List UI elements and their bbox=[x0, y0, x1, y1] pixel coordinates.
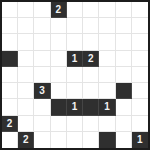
cell-r0c1[interactable] bbox=[18, 2, 34, 18]
cell-r6c3 bbox=[51, 99, 67, 115]
cell-r6c2[interactable] bbox=[34, 99, 50, 115]
cell-r8c4[interactable] bbox=[67, 132, 83, 148]
cell-r1c3[interactable] bbox=[51, 18, 67, 34]
cell-r4c4[interactable] bbox=[67, 67, 83, 83]
clue-cell-r6c4: 1 bbox=[67, 99, 83, 115]
cell-r7c5[interactable] bbox=[83, 116, 99, 132]
cell-r7c6[interactable] bbox=[99, 116, 115, 132]
cell-r1c8[interactable] bbox=[132, 18, 148, 34]
cell-r4c1[interactable] bbox=[18, 67, 34, 83]
cell-r7c1[interactable] bbox=[18, 116, 34, 132]
cell-r7c3[interactable] bbox=[51, 116, 67, 132]
cell-r5c8[interactable] bbox=[132, 83, 148, 99]
cell-r1c1[interactable] bbox=[18, 18, 34, 34]
cell-r1c4[interactable] bbox=[67, 18, 83, 34]
clue-cell-r8c1: 2 bbox=[18, 132, 34, 148]
cell-r2c7[interactable] bbox=[116, 34, 132, 50]
clue-cell-r8c8: 1 bbox=[132, 132, 148, 148]
cell-r4c3[interactable] bbox=[51, 67, 67, 83]
clue-cell-r5c2: 3 bbox=[34, 83, 50, 99]
cell-r4c7[interactable] bbox=[116, 67, 132, 83]
cell-r5c1[interactable] bbox=[18, 83, 34, 99]
cell-r5c3[interactable] bbox=[51, 83, 67, 99]
cell-r2c2[interactable] bbox=[34, 34, 50, 50]
cell-r5c0[interactable] bbox=[2, 83, 18, 99]
cell-r1c2[interactable] bbox=[34, 18, 50, 34]
cell-r8c6 bbox=[99, 132, 115, 148]
puzzle-board: 212311221 bbox=[0, 0, 150, 150]
cell-r1c6[interactable] bbox=[99, 18, 115, 34]
clue-cell-r3c5: 2 bbox=[83, 51, 99, 67]
cell-r7c2[interactable] bbox=[34, 116, 50, 132]
cell-r0c0[interactable] bbox=[2, 2, 18, 18]
clue-cell-r6c6: 1 bbox=[99, 99, 115, 115]
cell-r4c2[interactable] bbox=[34, 67, 50, 83]
cell-r1c7[interactable] bbox=[116, 18, 132, 34]
cell-r4c6[interactable] bbox=[99, 67, 115, 83]
cell-r6c7[interactable] bbox=[116, 99, 132, 115]
cell-r2c6[interactable] bbox=[99, 34, 115, 50]
cell-r2c1[interactable] bbox=[18, 34, 34, 50]
clue-cell-r7c0: 2 bbox=[2, 116, 18, 132]
clue-cell-r3c4: 1 bbox=[67, 51, 83, 67]
cell-r0c8[interactable] bbox=[132, 2, 148, 18]
cell-r2c0[interactable] bbox=[2, 34, 18, 50]
cell-r8c7[interactable] bbox=[116, 132, 132, 148]
clue-cell-r0c3: 2 bbox=[51, 2, 67, 18]
cell-r7c4[interactable] bbox=[67, 116, 83, 132]
cell-r4c8[interactable] bbox=[132, 67, 148, 83]
cell-r0c7[interactable] bbox=[116, 2, 132, 18]
cell-r7c7[interactable] bbox=[116, 116, 132, 132]
cell-r4c0[interactable] bbox=[2, 67, 18, 83]
cell-r8c3[interactable] bbox=[51, 132, 67, 148]
cell-r0c5[interactable] bbox=[83, 2, 99, 18]
cell-r0c4[interactable] bbox=[67, 2, 83, 18]
cell-r5c7 bbox=[116, 83, 132, 99]
cell-r3c2[interactable] bbox=[34, 51, 50, 67]
cell-r3c1[interactable] bbox=[18, 51, 34, 67]
cell-r4c5[interactable] bbox=[83, 67, 99, 83]
cell-r1c5[interactable] bbox=[83, 18, 99, 34]
cell-r2c8[interactable] bbox=[132, 34, 148, 50]
cell-r6c1[interactable] bbox=[18, 99, 34, 115]
cell-r5c6[interactable] bbox=[99, 83, 115, 99]
cell-r1c0[interactable] bbox=[2, 18, 18, 34]
cell-r2c4[interactable] bbox=[67, 34, 83, 50]
cell-r5c5[interactable] bbox=[83, 83, 99, 99]
cell-r3c3[interactable] bbox=[51, 51, 67, 67]
cell-r8c0[interactable] bbox=[2, 132, 18, 148]
cell-r2c5[interactable] bbox=[83, 34, 99, 50]
cell-r8c2[interactable] bbox=[34, 132, 50, 148]
cell-r7c8[interactable] bbox=[132, 116, 148, 132]
cell-r2c3[interactable] bbox=[51, 34, 67, 50]
cell-r3c6[interactable] bbox=[99, 51, 115, 67]
cell-r3c8[interactable] bbox=[132, 51, 148, 67]
cell-r3c7[interactable] bbox=[116, 51, 132, 67]
cell-r6c0[interactable] bbox=[2, 99, 18, 115]
cell-r8c5[interactable] bbox=[83, 132, 99, 148]
cell-r0c2[interactable] bbox=[34, 2, 50, 18]
cell-r3c0 bbox=[2, 51, 18, 67]
cell-r0c6[interactable] bbox=[99, 2, 115, 18]
cell-r6c5 bbox=[83, 99, 99, 115]
cell-r6c8[interactable] bbox=[132, 99, 148, 115]
cell-r5c4[interactable] bbox=[67, 83, 83, 99]
